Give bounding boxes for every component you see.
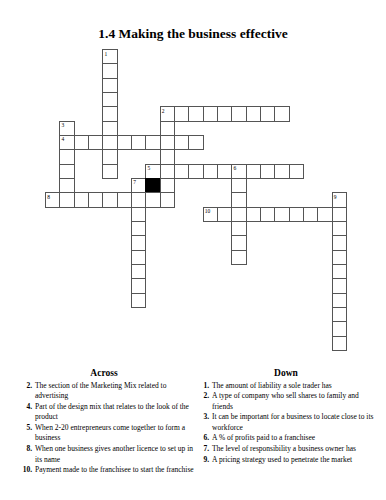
clue-item: 10.Payment made to the franchisee to sta…	[6, 465, 202, 476]
grid-cell[interactable]	[131, 207, 146, 222]
grid-cell[interactable]	[102, 135, 117, 150]
grid-cell[interactable]	[117, 135, 132, 150]
clue-text: It can be important for a business to lo…	[212, 412, 376, 433]
grid-cell[interactable]	[246, 164, 261, 179]
clue-number: 10.	[6, 465, 32, 476]
clue-text: When 2-20 entrepreneurs come together to…	[35, 423, 198, 444]
grid-cell[interactable]	[274, 207, 289, 222]
grid-cell[interactable]	[231, 178, 246, 193]
worksheet-page: 1.4 Making the business effective 123456…	[0, 0, 386, 500]
grid-cell[interactable]	[332, 264, 347, 279]
clue-text: The amount of liability a sole trader ha…	[212, 381, 376, 392]
grid-cell[interactable]: 4	[59, 135, 74, 150]
grid-cell[interactable]	[160, 178, 175, 193]
grid-cell[interactable]	[203, 164, 218, 179]
grid-cell[interactable]	[332, 278, 347, 293]
cell-number: 4	[62, 136, 65, 142]
grid-cell[interactable]	[217, 207, 232, 222]
clue-number: 9.	[196, 455, 209, 466]
grid-cell[interactable]	[274, 164, 289, 179]
grid-cell[interactable]	[260, 164, 275, 179]
grid-cell[interactable]	[317, 207, 332, 222]
clue-item: 2.A type of company who sell shares to f…	[196, 391, 376, 412]
grid-cell[interactable]	[131, 293, 146, 308]
cell-number: 6	[233, 165, 236, 171]
clue-number: 2.	[196, 391, 209, 412]
grid-cell[interactable]	[332, 321, 347, 336]
grid-cell[interactable]	[231, 221, 246, 236]
clue-item: 6.A % of profits paid to a franchisee	[196, 433, 376, 444]
grid-cell[interactable]	[188, 164, 203, 179]
grid-cell[interactable]	[332, 235, 347, 250]
cell-number: 5	[147, 165, 150, 171]
grid-cell[interactable]	[174, 164, 189, 179]
grid-cell[interactable]	[160, 121, 175, 136]
down-header: Down	[196, 368, 376, 379]
grid-cell[interactable]	[332, 207, 347, 222]
grid-cell[interactable]	[88, 192, 103, 207]
grid-cell[interactable]	[145, 135, 160, 150]
grid-cell[interactable]	[274, 106, 289, 121]
grid-cell[interactable]	[231, 106, 246, 121]
clue-item: 3.It can be important for a business to …	[196, 412, 376, 433]
cell-number: 10	[205, 208, 211, 214]
grid-cell[interactable]	[217, 164, 232, 179]
down-clue-list: 1.The amount of liability a sole trader …	[196, 381, 376, 466]
grid-cell[interactable]	[59, 164, 74, 179]
grid-cell[interactable]	[131, 192, 146, 207]
grid-cell[interactable]	[231, 235, 246, 250]
grid-cell[interactable]: 5	[145, 164, 160, 179]
grid-cell[interactable]	[102, 106, 117, 121]
grid-cell[interactable]	[74, 135, 89, 150]
grid-cell[interactable]	[59, 149, 74, 164]
clue-text: A pricing strategy used to penetrate the…	[212, 455, 376, 466]
grid-cell[interactable]	[131, 221, 146, 236]
cell-number: 1	[105, 51, 108, 57]
grid-cell[interactable]	[102, 78, 117, 93]
clue-text: A type of company who sell shares to fam…	[212, 391, 376, 412]
grid-cell[interactable]	[102, 192, 117, 207]
grid-cell[interactable]	[131, 264, 146, 279]
cell-number: 2	[162, 108, 165, 114]
grid-cell[interactable]: 9	[332, 192, 347, 207]
grid-cell[interactable]	[246, 106, 261, 121]
grid-cell[interactable]	[131, 135, 146, 150]
grid-cell[interactable]: 2	[160, 106, 175, 121]
grid-cell[interactable]	[332, 336, 347, 351]
grid-cell[interactable]	[59, 178, 74, 193]
grid-cell[interactable]	[74, 192, 89, 207]
cell-number: 9	[334, 194, 337, 200]
grid-cell[interactable]	[131, 235, 146, 250]
clue-number: 1.	[196, 381, 209, 392]
clue-item: 8.When one business gives another licenc…	[6, 444, 202, 465]
grid-cell[interactable]	[231, 250, 246, 265]
clue-text: When one business gives another licence …	[35, 444, 198, 465]
clue-text: Part of the design mix that relates to t…	[35, 402, 198, 423]
down-clues-column: Down 1.The amount of liability a sole tr…	[196, 368, 376, 465]
grid-cell[interactable]	[188, 106, 203, 121]
clue-number: 7.	[196, 444, 209, 455]
across-header: Across	[6, 368, 202, 379]
grid-cell[interactable]	[160, 192, 175, 207]
clue-item: 5.When 2-20 entrepreneurs come together …	[6, 423, 202, 444]
grid-cell[interactable]	[289, 164, 304, 179]
clue-item: 9.A pricing strategy used to penetrate t…	[196, 455, 376, 466]
clue-number: 6.	[196, 433, 209, 444]
grid-cell[interactable]: 1	[102, 49, 117, 64]
grid-cell[interactable]	[88, 135, 103, 150]
grid-cell[interactable]	[102, 92, 117, 107]
clue-text: The level of responsibility a business o…	[212, 444, 376, 455]
clue-item: 2.The section of the Marketing Mix relat…	[6, 381, 202, 402]
grid-cell[interactable]: 3	[59, 121, 74, 136]
grid-cell[interactable]	[102, 164, 117, 179]
grid-cell[interactable]	[332, 307, 347, 322]
grid-cell[interactable]	[160, 135, 175, 150]
grid-cell[interactable]: 6	[231, 164, 246, 179]
cell-number: 3	[62, 122, 65, 128]
grid-cell[interactable]	[231, 192, 246, 207]
clue-item: 7.The level of responsibility a business…	[196, 444, 376, 455]
grid-cell[interactable]	[131, 278, 146, 293]
grid-cell[interactable]	[160, 164, 175, 179]
clue-text: Payment made to the franchisee to start …	[35, 465, 198, 476]
grid-cell[interactable]	[160, 149, 175, 164]
grid-cell[interactable]: 7	[131, 178, 146, 193]
grid-cell[interactable]	[102, 121, 117, 136]
across-clues-column: Across 2.The section of the Marketing Mi…	[6, 368, 202, 476]
clue-number: 4.	[6, 402, 32, 423]
clue-text: The section of the Marketing Mix related…	[35, 381, 198, 402]
clue-number: 3.	[196, 412, 209, 433]
grid-cell[interactable]: 8	[45, 192, 60, 207]
grid-cell[interactable]	[59, 192, 74, 207]
clues-section: Across 2.The section of the Marketing Mi…	[0, 368, 386, 494]
clue-text: A % of profits paid to a franchisee	[212, 433, 376, 444]
cell-number: 7	[133, 179, 136, 185]
clue-number: 2.	[6, 381, 32, 402]
grid-cell[interactable]	[174, 135, 189, 150]
crossword-grid: 12345678910	[45, 49, 347, 351]
grid-cell[interactable]	[131, 250, 146, 265]
grid-cell[interactable]	[332, 250, 347, 265]
grid-cell[interactable]	[188, 135, 203, 150]
grid-cell[interactable]	[332, 221, 347, 236]
page-title: 1.4 Making the business effective	[0, 26, 386, 42]
black-cell	[145, 178, 160, 193]
grid-cell[interactable]	[102, 63, 117, 78]
grid-cell[interactable]	[289, 207, 304, 222]
grid-cell[interactable]	[203, 106, 218, 121]
clue-item: 1.The amount of liability a sole trader …	[196, 381, 376, 392]
grid-cell[interactable]	[260, 207, 275, 222]
clue-number: 8.	[6, 444, 32, 465]
across-clue-list: 2.The section of the Marketing Mix relat…	[6, 381, 202, 476]
clue-item: 4.Part of the design mix that relates to…	[6, 402, 202, 423]
grid-cell[interactable]	[174, 106, 189, 121]
cell-number: 8	[47, 194, 50, 200]
grid-cell[interactable]	[117, 192, 132, 207]
grid-cell[interactable]	[246, 207, 261, 222]
grid-cell[interactable]: 10	[203, 207, 218, 222]
grid-cell[interactable]	[231, 207, 246, 222]
grid-cell[interactable]	[332, 293, 347, 308]
grid-cell[interactable]	[260, 106, 275, 121]
grid-cell[interactable]	[145, 192, 160, 207]
grid-cell[interactable]	[303, 207, 318, 222]
grid-cell[interactable]	[102, 149, 117, 164]
clue-number: 5.	[6, 423, 32, 444]
grid-cell[interactable]	[217, 106, 232, 121]
